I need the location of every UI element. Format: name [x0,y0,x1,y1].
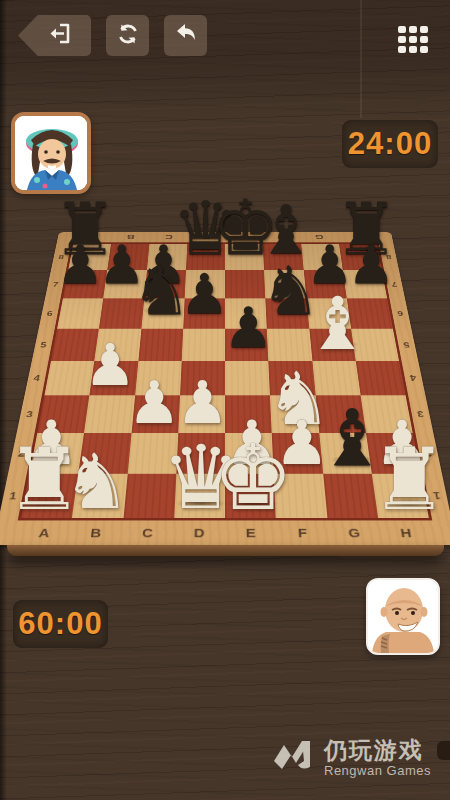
square-a6[interactable] [57,298,103,328]
menu-grid-icon[interactable] [398,26,428,53]
rank-label-left: 5 [40,340,48,349]
player-avatar [366,578,440,655]
white-knight-b1[interactable]: ♞ [63,444,131,520]
white-pawn-c3[interactable]: ♟ [128,373,181,432]
square-e7[interactable] [225,270,266,298]
rotate-board-button[interactable] [106,15,149,56]
opponent-clock: 24:00 [342,120,438,168]
file-label-bottom: C [142,525,154,539]
rank-label-right: 4 [409,373,417,382]
undo-arrow-icon [173,21,199,51]
square-c5[interactable] [138,328,183,360]
watermark-english: Rengwan Games [324,763,431,778]
watermark-tab [437,741,450,760]
black-pawn-a7[interactable]: ♟ [56,238,104,291]
rank-label-left: 6 [46,309,53,317]
undo-button[interactable] [164,15,207,56]
file-label-bottom: B [90,525,102,539]
rank-label-right: 5 [403,340,411,349]
opponent-avatar [11,112,91,194]
player-clock: 60:00 [13,600,108,648]
white-pawn-d3[interactable]: ♟ [176,373,229,432]
rengwan-logo-icon [272,737,316,779]
watermark-chinese: 仍玩游戏 [324,738,431,763]
file-label-bottom: G [348,525,361,539]
white-rook-h1[interactable]: ♜ [371,436,448,522]
refresh-icon [115,21,141,51]
exit-door-arrow-icon [35,20,74,51]
black-pawn-d6[interactable]: ♟ [180,267,229,322]
rank-label-left: 4 [33,373,41,382]
wood-plank-seam [0,0,7,800]
square-e4[interactable] [225,361,270,396]
square-d5[interactable] [182,328,225,360]
wood-plank-seam [360,0,362,118]
rank-label-right: 6 [397,309,404,317]
watermark: 仍玩游戏 Rengwan Games [272,737,431,779]
file-label-bottom: F [297,525,307,539]
white-bishop-g5[interactable]: ♝ [305,287,370,360]
white-king-e1[interactable]: ♚ [213,433,294,523]
black-pawn-e5[interactable]: ♟ [223,300,273,356]
